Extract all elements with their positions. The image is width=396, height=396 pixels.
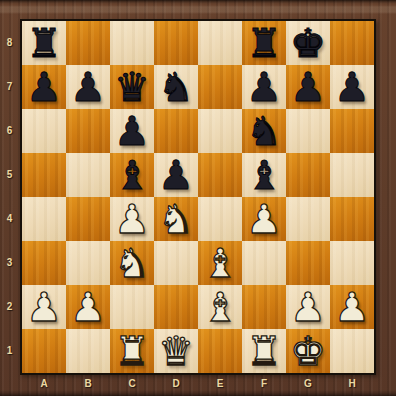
square-f8[interactable]: ♜ (242, 21, 286, 65)
square-f2[interactable] (242, 285, 286, 329)
square-b8[interactable] (66, 21, 110, 65)
square-g1[interactable]: ♚ (286, 329, 330, 373)
square-f5[interactable]: ♝ (242, 153, 286, 197)
square-a5[interactable] (22, 153, 66, 197)
square-d2[interactable] (154, 285, 198, 329)
square-e8[interactable] (198, 21, 242, 65)
square-a7[interactable]: ♟ (22, 65, 66, 109)
square-b7[interactable]: ♟ (66, 65, 110, 109)
piece-black-bishop[interactable]: ♝ (110, 153, 154, 197)
square-c5[interactable]: ♝ (110, 153, 154, 197)
square-b4[interactable] (66, 197, 110, 241)
piece-black-pawn[interactable]: ♟ (330, 65, 374, 109)
square-g3[interactable] (286, 241, 330, 285)
square-h6[interactable] (330, 109, 374, 153)
piece-white-pawn[interactable]: ♟ (242, 197, 286, 241)
piece-white-knight[interactable]: ♞ (110, 241, 154, 285)
square-h3[interactable] (330, 241, 374, 285)
rank-label-8: 8 (0, 21, 19, 65)
square-d7[interactable]: ♞ (154, 65, 198, 109)
square-b2[interactable]: ♟ (66, 285, 110, 329)
square-c4[interactable]: ♟ (110, 197, 154, 241)
square-h7[interactable]: ♟ (330, 65, 374, 109)
square-b5[interactable] (66, 153, 110, 197)
square-a2[interactable]: ♟ (22, 285, 66, 329)
square-g4[interactable] (286, 197, 330, 241)
piece-white-knight[interactable]: ♞ (154, 197, 198, 241)
square-e1[interactable] (198, 329, 242, 373)
piece-white-king[interactable]: ♚ (286, 329, 330, 373)
square-h8[interactable] (330, 21, 374, 65)
piece-black-pawn[interactable]: ♟ (286, 65, 330, 109)
piece-white-pawn[interactable]: ♟ (110, 197, 154, 241)
rank-label-2: 2 (0, 285, 19, 329)
piece-black-pawn[interactable]: ♟ (242, 65, 286, 109)
piece-black-bishop[interactable]: ♝ (242, 153, 286, 197)
square-e4[interactable] (198, 197, 242, 241)
piece-black-queen[interactable]: ♛ (110, 65, 154, 109)
piece-black-rook[interactable]: ♜ (242, 21, 286, 65)
square-d4[interactable]: ♞ (154, 197, 198, 241)
square-d3[interactable] (154, 241, 198, 285)
rank-label-7: 7 (0, 65, 19, 109)
square-a8[interactable]: ♜ (22, 21, 66, 65)
square-c8[interactable] (110, 21, 154, 65)
square-f6[interactable]: ♞ (242, 109, 286, 153)
file-label-f: F (242, 374, 286, 394)
rank-label-5: 5 (0, 153, 19, 197)
file-label-g: G (286, 374, 330, 394)
rank-label-1: 1 (0, 329, 19, 373)
file-label-d: D (154, 374, 198, 394)
square-e5[interactable] (198, 153, 242, 197)
square-f1[interactable]: ♜ (242, 329, 286, 373)
square-c3[interactable]: ♞ (110, 241, 154, 285)
rank-label-3: 3 (0, 241, 19, 285)
rank-label-6: 6 (0, 109, 19, 153)
chess-board-frame: ♜♜♚♟♟♛♞♟♟♟♟♞♝♟♝♟♞♟♞♝♟♟♝♟♟♜♛♜♚ 87654321 A… (0, 0, 396, 396)
square-a3[interactable] (22, 241, 66, 285)
piece-white-rook[interactable]: ♜ (242, 329, 286, 373)
square-e7[interactable] (198, 65, 242, 109)
square-d6[interactable] (154, 109, 198, 153)
chess-board: ♜♜♚♟♟♛♞♟♟♟♟♞♝♟♝♟♞♟♞♝♟♟♝♟♟♜♛♜♚ (20, 19, 376, 375)
square-h4[interactable] (330, 197, 374, 241)
square-h5[interactable] (330, 153, 374, 197)
piece-white-pawn[interactable]: ♟ (66, 285, 110, 329)
piece-black-knight[interactable]: ♞ (242, 109, 286, 153)
square-f4[interactable]: ♟ (242, 197, 286, 241)
square-g2[interactable]: ♟ (286, 285, 330, 329)
square-g6[interactable] (286, 109, 330, 153)
square-g7[interactable]: ♟ (286, 65, 330, 109)
file-label-e: E (198, 374, 242, 394)
square-b1[interactable] (66, 329, 110, 373)
square-g5[interactable] (286, 153, 330, 197)
piece-black-knight[interactable]: ♞ (154, 65, 198, 109)
square-a1[interactable] (22, 329, 66, 373)
piece-white-pawn[interactable]: ♟ (286, 285, 330, 329)
file-label-a: A (22, 374, 66, 394)
square-g8[interactable]: ♚ (286, 21, 330, 65)
piece-black-rook[interactable]: ♜ (22, 21, 66, 65)
square-f7[interactable]: ♟ (242, 65, 286, 109)
rank-label-4: 4 (0, 197, 19, 241)
square-e3[interactable]: ♝ (198, 241, 242, 285)
square-h1[interactable] (330, 329, 374, 373)
square-b6[interactable] (66, 109, 110, 153)
piece-white-bishop[interactable]: ♝ (198, 285, 242, 329)
file-label-c: C (110, 374, 154, 394)
square-e2[interactable]: ♝ (198, 285, 242, 329)
piece-white-rook[interactable]: ♜ (110, 329, 154, 373)
piece-white-pawn[interactable]: ♟ (330, 285, 374, 329)
square-e6[interactable] (198, 109, 242, 153)
piece-black-pawn[interactable]: ♟ (66, 65, 110, 109)
file-label-h: H (330, 374, 374, 394)
square-d1[interactable]: ♛ (154, 329, 198, 373)
file-label-b: B (66, 374, 110, 394)
square-a4[interactable] (22, 197, 66, 241)
piece-white-bishop[interactable]: ♝ (198, 241, 242, 285)
square-c1[interactable]: ♜ (110, 329, 154, 373)
square-h2[interactable]: ♟ (330, 285, 374, 329)
piece-black-pawn[interactable]: ♟ (154, 153, 198, 197)
square-d5[interactable]: ♟ (154, 153, 198, 197)
piece-black-king[interactable]: ♚ (286, 21, 330, 65)
square-c7[interactable]: ♛ (110, 65, 154, 109)
piece-black-pawn[interactable]: ♟ (110, 109, 154, 153)
square-c6[interactable]: ♟ (110, 109, 154, 153)
piece-white-pawn[interactable]: ♟ (22, 285, 66, 329)
square-d8[interactable] (154, 21, 198, 65)
square-b3[interactable] (66, 241, 110, 285)
square-a6[interactable] (22, 109, 66, 153)
square-c2[interactable] (110, 285, 154, 329)
square-f3[interactable] (242, 241, 286, 285)
piece-black-pawn[interactable]: ♟ (22, 65, 66, 109)
piece-white-queen[interactable]: ♛ (154, 329, 198, 373)
